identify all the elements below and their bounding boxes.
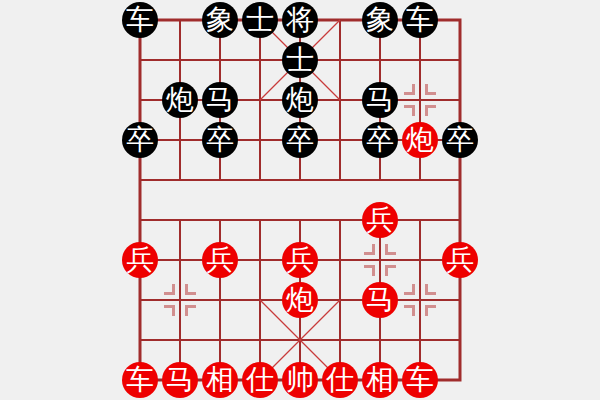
piece-black-advisor[interactable]: 士: [282, 42, 318, 78]
piece-red-soldier[interactable]: 兵: [362, 202, 398, 238]
piece-black-horse[interactable]: 马: [202, 82, 238, 118]
piece-black-elephant[interactable]: 象: [202, 2, 238, 38]
piece-black-cannon[interactable]: 炮: [282, 82, 318, 118]
piece-black-chariot[interactable]: 车: [402, 2, 438, 38]
piece-red-horse[interactable]: 马: [362, 282, 398, 318]
piece-red-soldier[interactable]: 兵: [202, 242, 238, 278]
piece-red-advisor[interactable]: 仕: [242, 362, 278, 398]
start-point-marker: [400, 280, 440, 320]
piece-red-chariot[interactable]: 车: [122, 362, 158, 398]
piece-red-soldier[interactable]: 兵: [442, 242, 478, 278]
piece-black-horse[interactable]: 马: [362, 82, 398, 118]
piece-red-soldier[interactable]: 兵: [122, 242, 158, 278]
piece-black-soldier[interactable]: 卒: [282, 122, 318, 158]
piece-red-advisor[interactable]: 仕: [322, 362, 358, 398]
piece-black-soldier[interactable]: 卒: [442, 122, 478, 158]
start-point-marker: [360, 240, 400, 280]
piece-black-advisor[interactable]: 士: [242, 2, 278, 38]
piece-black-soldier[interactable]: 卒: [202, 122, 238, 158]
piece-black-cannon[interactable]: 炮: [162, 82, 198, 118]
piece-grid: 车象士将象车士炮马炮马卒卒卒卒炮卒兵兵兵兵兵炮马车马相仕帅仕相车: [120, 0, 480, 400]
piece-black-soldier[interactable]: 卒: [122, 122, 158, 158]
piece-black-general[interactable]: 将: [282, 2, 318, 38]
piece-red-general[interactable]: 帅: [282, 362, 318, 398]
xiangqi-board: 车象士将象车士炮马炮马卒卒卒卒炮卒兵兵兵兵兵炮马车马相仕帅仕相车: [0, 0, 600, 400]
piece-red-cannon[interactable]: 炮: [282, 282, 318, 318]
piece-red-soldier[interactable]: 兵: [282, 242, 318, 278]
piece-red-chariot[interactable]: 车: [402, 362, 438, 398]
piece-black-chariot[interactable]: 车: [122, 2, 158, 38]
piece-red-cannon[interactable]: 炮: [402, 122, 438, 158]
piece-red-elephant[interactable]: 相: [202, 362, 238, 398]
start-point-marker: [160, 280, 200, 320]
piece-red-elephant[interactable]: 相: [362, 362, 398, 398]
start-point-marker: [400, 80, 440, 120]
piece-red-horse[interactable]: 马: [162, 362, 198, 398]
piece-black-elephant[interactable]: 象: [362, 2, 398, 38]
piece-black-soldier[interactable]: 卒: [362, 122, 398, 158]
